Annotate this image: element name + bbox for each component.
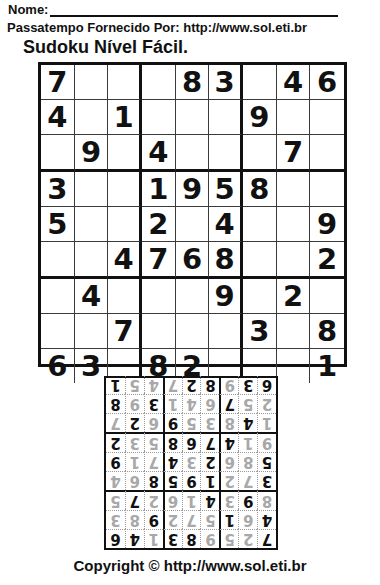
solution-cell: 6: [163, 490, 182, 510]
puzzle-cell: 3: [41, 172, 75, 207]
puzzle-cell: [108, 207, 142, 242]
puzzle-cell: [176, 207, 210, 242]
puzzle-cell: 2: [310, 242, 344, 279]
puzzle-cell: 9: [176, 172, 210, 207]
solution-cell: 2: [238, 529, 257, 548]
puzzle-cell: [176, 100, 210, 135]
name-label: Nome:: [8, 2, 48, 17]
puzzle-cell: [243, 207, 277, 242]
solution-cell: 4: [257, 510, 276, 529]
solution-cell: 9: [257, 432, 276, 452]
solution-cell: 7: [219, 394, 238, 413]
solution-cell: 4: [182, 394, 201, 413]
page-title: Sudoku Nível Fácil.: [23, 37, 188, 58]
puzzle-cell: [310, 172, 344, 207]
puzzle-cell: [243, 135, 277, 172]
solution-cell: 7: [144, 452, 163, 471]
puzzle-cell: 9: [310, 207, 344, 242]
puzzle-cell: [142, 314, 176, 349]
sudoku-puzzle-grid: 783464199473195852494768249273863821: [38, 62, 347, 367]
puzzle-cell: 2: [277, 279, 311, 314]
puzzle-cell: [41, 279, 75, 314]
solution-cell: 4: [106, 471, 125, 490]
puzzle-cell: [209, 135, 243, 172]
solution-cell: 4: [219, 432, 238, 452]
puzzle-cell: [310, 135, 344, 172]
puzzle-cell: 1: [142, 172, 176, 207]
puzzle-cell: 4: [75, 279, 109, 314]
solution-cell: 2: [144, 490, 163, 510]
solution-cell: 7: [125, 490, 144, 510]
puzzle-cell: 9: [75, 135, 109, 172]
solution-cell: 8: [106, 394, 125, 413]
solution-cell: 3: [106, 510, 125, 529]
puzzle-cell: 4: [41, 100, 75, 135]
puzzle-cell: [142, 100, 176, 135]
puzzle-cell: 4: [108, 242, 142, 279]
puzzle-cell: 6: [176, 242, 210, 279]
puzzle-cell: [243, 242, 277, 279]
puzzle-cell: [277, 314, 311, 349]
solution-cell: 2: [200, 452, 219, 471]
solution-cell: 2: [163, 510, 182, 529]
solution-cell: 9: [200, 529, 219, 548]
puzzle-cell: 4: [277, 65, 311, 100]
solution-cell: 4: [238, 413, 257, 432]
solution-cell: 7: [238, 471, 257, 490]
puzzle-cell: [108, 172, 142, 207]
solution-cell: 5: [257, 452, 276, 471]
puzzle-cell: [75, 207, 109, 242]
solution-cell: 1: [219, 510, 238, 529]
solution-cell: 8: [163, 432, 182, 452]
solution-cell: 7: [200, 432, 219, 452]
solution-cell: 9: [106, 452, 125, 471]
puzzle-cell: [108, 135, 142, 172]
puzzle-cell: 6: [310, 65, 344, 100]
puzzle-cell: [41, 135, 75, 172]
puzzle-cell: 8: [243, 172, 277, 207]
solution-cell: 7: [257, 529, 276, 548]
puzzle-cell: [41, 242, 75, 279]
puzzle-cell: [108, 279, 142, 314]
solution-cell: 1: [238, 432, 257, 452]
puzzle-cell: [108, 65, 142, 100]
puzzle-cell: 1: [310, 349, 344, 383]
solution-cell: 5: [125, 376, 144, 394]
puzzle-cell: [277, 242, 311, 279]
solution-cell: 3: [219, 490, 238, 510]
solution-cell: 6: [125, 471, 144, 490]
puzzle-cell: [209, 314, 243, 349]
puzzle-cell: 7: [108, 314, 142, 349]
puzzle-cell: [176, 279, 210, 314]
solution-cell: 6: [257, 376, 276, 394]
solution-cell: 2: [182, 376, 201, 394]
solution-cell: 3: [125, 432, 144, 452]
solution-cell: 1: [257, 413, 276, 432]
puzzle-cell: 4: [142, 135, 176, 172]
solution-cell: 3: [200, 413, 219, 432]
solution-cell: 5: [238, 394, 257, 413]
solution-cell: 8: [125, 510, 144, 529]
puzzle-cell: [75, 172, 109, 207]
copyright-text: Copyright © http://www.sol.eti.br: [0, 557, 380, 574]
puzzle-cell: [310, 279, 344, 314]
solution-cell: 8: [219, 413, 238, 432]
provider-text: Passatempo Fornecido Por: http://www.sol…: [7, 20, 379, 35]
solution-cell: 9: [163, 413, 182, 432]
solution-cell: 6: [144, 413, 163, 432]
puzzle-cell: [277, 207, 311, 242]
puzzle-cell: 8: [209, 242, 243, 279]
solution-cell: 1: [163, 394, 182, 413]
solution-cell: 9: [238, 490, 257, 510]
solution-cell: 2: [219, 471, 238, 490]
puzzle-cell: 5: [41, 207, 75, 242]
puzzle-cell: 5: [209, 172, 243, 207]
puzzle-cell: 7: [142, 242, 176, 279]
puzzle-cell: [176, 314, 210, 349]
solution-cell: 1: [144, 529, 163, 548]
puzzle-cell: 9: [243, 100, 277, 135]
name-blank-line: [50, 3, 338, 17]
puzzle-cell: [41, 314, 75, 349]
puzzle-cell: [310, 100, 344, 135]
solution-cell: 3: [257, 471, 276, 490]
puzzle-cell: 7: [41, 65, 75, 100]
solution-cell: 5: [163, 471, 182, 490]
puzzle-cell: [277, 172, 311, 207]
solution-cell: 4: [125, 529, 144, 548]
puzzle-cell: [243, 279, 277, 314]
puzzle-cell: [277, 349, 311, 383]
puzzle-cell: 8: [176, 65, 210, 100]
puzzle-cell: 3: [209, 65, 243, 100]
solution-cell: 5: [106, 490, 125, 510]
puzzle-cell: [75, 314, 109, 349]
solution-cell: 1: [125, 452, 144, 471]
puzzle-cell: 6: [41, 349, 75, 383]
solution-cell: 1: [182, 490, 201, 510]
solution-cell: 2: [106, 432, 125, 452]
puzzle-cell: [142, 279, 176, 314]
solution-cell: 6: [200, 394, 219, 413]
solution-cell: 8: [200, 376, 219, 394]
puzzle-cell: [277, 100, 311, 135]
solution-cell: 2: [125, 413, 144, 432]
solution-cell: 8: [257, 490, 276, 510]
solution-cell: 1: [106, 376, 125, 394]
puzzle-cell: [209, 100, 243, 135]
solution-cell: 9: [125, 394, 144, 413]
solution-cell: 6: [238, 510, 257, 529]
solution-cell: 1: [200, 471, 219, 490]
name-field-row: Nome:: [8, 2, 338, 17]
solution-cell: 8: [238, 452, 257, 471]
solution-cell: 9: [219, 376, 238, 394]
solution-cell: 3: [238, 376, 257, 394]
puzzle-cell: [75, 100, 109, 135]
solution-cell: 9: [182, 471, 201, 490]
solution-cell: 4: [200, 490, 219, 510]
puzzle-cell: [142, 65, 176, 100]
solution-cell: 8: [144, 471, 163, 490]
solution-cell: 2: [257, 394, 276, 413]
solution-cell: 4: [163, 452, 182, 471]
puzzle-cell: 9: [209, 279, 243, 314]
solution-cell: 7: [163, 376, 182, 394]
puzzle-cell: [75, 65, 109, 100]
solution-cell: 3: [144, 394, 163, 413]
solution-cell: 5: [144, 432, 163, 452]
sudoku-solution-grid-rotated: 7259831464615729838934162753721958645862…: [104, 376, 278, 550]
puzzle-cell: 4: [209, 207, 243, 242]
solution-cell: 6: [219, 452, 238, 471]
puzzle-cell: [176, 135, 210, 172]
solution-cell: 3: [182, 452, 201, 471]
solution-cell: 4: [144, 376, 163, 394]
solution-cell: 5: [219, 529, 238, 548]
solution-cell: 5: [200, 510, 219, 529]
puzzle-cell: [243, 65, 277, 100]
puzzle-cell: [75, 242, 109, 279]
solution-cell: 9: [144, 510, 163, 529]
solution-cell: 7: [182, 510, 201, 529]
puzzle-cell: 1: [108, 100, 142, 135]
solution-cell: 5: [182, 413, 201, 432]
puzzle-cell: 7: [277, 135, 311, 172]
puzzle-cell: 3: [243, 314, 277, 349]
puzzle-cell: 2: [142, 207, 176, 242]
puzzle-cell: 8: [310, 314, 344, 349]
solution-cell: 6: [106, 529, 125, 548]
solution-cell: 6: [182, 432, 201, 452]
solution-cell: 3: [163, 529, 182, 548]
solution-cell: 8: [182, 529, 201, 548]
solution-cell: 7: [106, 413, 125, 432]
